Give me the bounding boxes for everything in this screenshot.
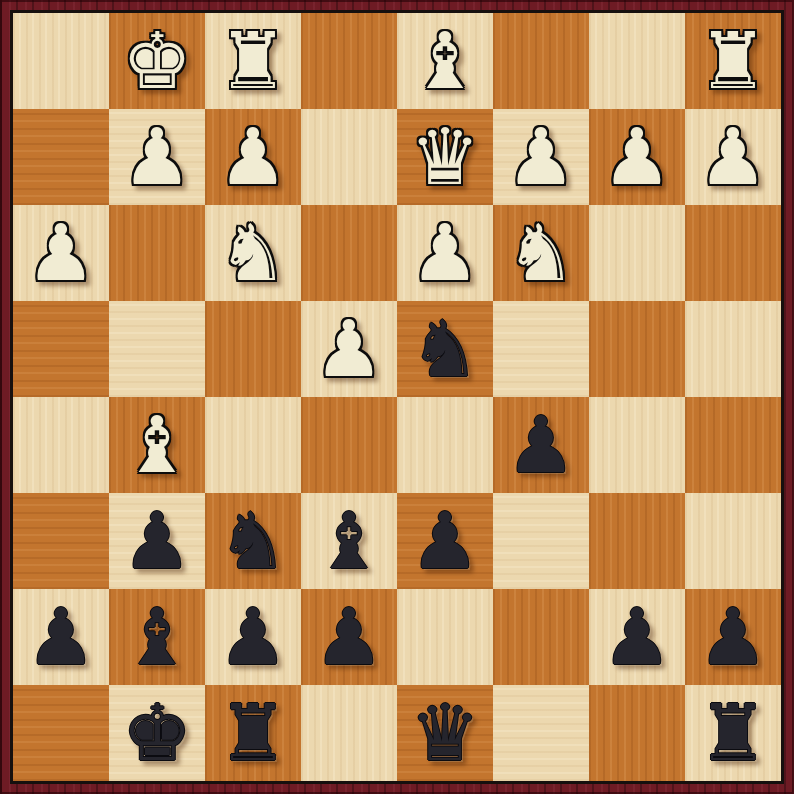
piece-wB-g5[interactable]: ♝ bbox=[122, 397, 192, 493]
piece-wP-a2[interactable]: ♟ bbox=[698, 109, 768, 205]
square-d1[interactable]: ♝ bbox=[397, 13, 493, 109]
square-a6[interactable] bbox=[685, 493, 781, 589]
square-b7[interactable]: ♟ bbox=[589, 589, 685, 685]
piece-wK-g1[interactable]: ♚ bbox=[122, 13, 192, 109]
piece-bP-b7[interactable]: ♟ bbox=[602, 589, 672, 685]
square-h2[interactable] bbox=[13, 109, 109, 205]
square-e6[interactable]: ♝ bbox=[301, 493, 397, 589]
piece-bP-g6[interactable]: ♟ bbox=[122, 493, 192, 589]
piece-bK-g8[interactable]: ♚ bbox=[122, 685, 192, 781]
square-h7[interactable]: ♟ bbox=[13, 589, 109, 685]
piece-wN-c3[interactable]: ♞ bbox=[506, 205, 576, 301]
square-g2[interactable]: ♟ bbox=[109, 109, 205, 205]
piece-wR-a1[interactable]: ♜ bbox=[698, 13, 768, 109]
square-h3[interactable]: ♟ bbox=[13, 205, 109, 301]
square-b2[interactable]: ♟ bbox=[589, 109, 685, 205]
piece-wB-d1[interactable]: ♝ bbox=[410, 13, 480, 109]
piece-bP-a7[interactable]: ♟ bbox=[698, 589, 768, 685]
piece-wN-f3[interactable]: ♞ bbox=[218, 205, 288, 301]
square-c3[interactable]: ♞ bbox=[493, 205, 589, 301]
square-g1[interactable]: ♚ bbox=[109, 13, 205, 109]
square-b3[interactable] bbox=[589, 205, 685, 301]
chess-board: ♚♜♝♜♟♟♛♟♟♟♟♞♟♞♟♞♝♟♟♞♝♟♟♝♟♟♟♟♚♜♛♜ bbox=[13, 13, 781, 781]
square-f4[interactable] bbox=[205, 301, 301, 397]
square-a2[interactable]: ♟ bbox=[685, 109, 781, 205]
square-d4[interactable]: ♞ bbox=[397, 301, 493, 397]
square-b4[interactable] bbox=[589, 301, 685, 397]
square-e7[interactable]: ♟ bbox=[301, 589, 397, 685]
piece-bP-h7[interactable]: ♟ bbox=[26, 589, 96, 685]
square-g7[interactable]: ♝ bbox=[109, 589, 205, 685]
square-b6[interactable] bbox=[589, 493, 685, 589]
piece-wP-g2[interactable]: ♟ bbox=[122, 109, 192, 205]
square-a3[interactable] bbox=[685, 205, 781, 301]
piece-bN-d4[interactable]: ♞ bbox=[410, 301, 480, 397]
piece-wR-f1[interactable]: ♜ bbox=[218, 13, 288, 109]
square-f7[interactable]: ♟ bbox=[205, 589, 301, 685]
square-f1[interactable]: ♜ bbox=[205, 13, 301, 109]
square-g5[interactable]: ♝ bbox=[109, 397, 205, 493]
square-d2[interactable]: ♛ bbox=[397, 109, 493, 205]
square-g8[interactable]: ♚ bbox=[109, 685, 205, 781]
piece-bP-d6[interactable]: ♟ bbox=[410, 493, 480, 589]
square-a1[interactable]: ♜ bbox=[685, 13, 781, 109]
square-b1[interactable] bbox=[589, 13, 685, 109]
piece-bR-a8[interactable]: ♜ bbox=[698, 685, 768, 781]
square-c5[interactable]: ♟ bbox=[493, 397, 589, 493]
piece-bP-e7[interactable]: ♟ bbox=[314, 589, 384, 685]
square-h4[interactable] bbox=[13, 301, 109, 397]
square-e3[interactable] bbox=[301, 205, 397, 301]
board-frame: ♚♜♝♜♟♟♛♟♟♟♟♞♟♞♟♞♝♟♟♞♝♟♟♝♟♟♟♟♚♜♛♜ bbox=[0, 0, 794, 794]
square-e2[interactable] bbox=[301, 109, 397, 205]
square-b5[interactable] bbox=[589, 397, 685, 493]
square-c2[interactable]: ♟ bbox=[493, 109, 589, 205]
square-f8[interactable]: ♜ bbox=[205, 685, 301, 781]
square-d8[interactable]: ♛ bbox=[397, 685, 493, 781]
square-f6[interactable]: ♞ bbox=[205, 493, 301, 589]
square-h5[interactable] bbox=[13, 397, 109, 493]
square-e8[interactable] bbox=[301, 685, 397, 781]
piece-wP-h3[interactable]: ♟ bbox=[26, 205, 96, 301]
square-a7[interactable]: ♟ bbox=[685, 589, 781, 685]
square-c6[interactable] bbox=[493, 493, 589, 589]
piece-wP-e4[interactable]: ♟ bbox=[314, 301, 384, 397]
square-g4[interactable] bbox=[109, 301, 205, 397]
square-h1[interactable] bbox=[13, 13, 109, 109]
square-a4[interactable] bbox=[685, 301, 781, 397]
square-e4[interactable]: ♟ bbox=[301, 301, 397, 397]
square-c7[interactable] bbox=[493, 589, 589, 685]
square-f2[interactable]: ♟ bbox=[205, 109, 301, 205]
square-f3[interactable]: ♞ bbox=[205, 205, 301, 301]
piece-wP-c2[interactable]: ♟ bbox=[506, 109, 576, 205]
piece-bP-f7[interactable]: ♟ bbox=[218, 589, 288, 685]
square-b8[interactable] bbox=[589, 685, 685, 781]
square-d3[interactable]: ♟ bbox=[397, 205, 493, 301]
square-h6[interactable] bbox=[13, 493, 109, 589]
piece-wP-b2[interactable]: ♟ bbox=[602, 109, 672, 205]
square-e5[interactable] bbox=[301, 397, 397, 493]
piece-bQ-d8[interactable]: ♛ bbox=[410, 685, 480, 781]
piece-bB-e6[interactable]: ♝ bbox=[314, 493, 384, 589]
square-c1[interactable] bbox=[493, 13, 589, 109]
square-a5[interactable] bbox=[685, 397, 781, 493]
piece-wP-f2[interactable]: ♟ bbox=[218, 109, 288, 205]
piece-bP-c5[interactable]: ♟ bbox=[506, 397, 576, 493]
square-e1[interactable] bbox=[301, 13, 397, 109]
square-d6[interactable]: ♟ bbox=[397, 493, 493, 589]
square-g3[interactable] bbox=[109, 205, 205, 301]
piece-wP-d3[interactable]: ♟ bbox=[410, 205, 480, 301]
square-f5[interactable] bbox=[205, 397, 301, 493]
piece-wQ-d2[interactable]: ♛ bbox=[410, 109, 480, 205]
square-c4[interactable] bbox=[493, 301, 589, 397]
piece-bR-f8[interactable]: ♜ bbox=[218, 685, 288, 781]
board-inner-border: ♚♜♝♜♟♟♛♟♟♟♟♞♟♞♟♞♝♟♟♞♝♟♟♝♟♟♟♟♚♜♛♜ bbox=[10, 10, 784, 784]
square-a8[interactable]: ♜ bbox=[685, 685, 781, 781]
square-g6[interactable]: ♟ bbox=[109, 493, 205, 589]
square-d5[interactable] bbox=[397, 397, 493, 493]
piece-bB-g7[interactable]: ♝ bbox=[122, 589, 192, 685]
square-c8[interactable] bbox=[493, 685, 589, 781]
piece-bN-f6[interactable]: ♞ bbox=[218, 493, 288, 589]
square-d7[interactable] bbox=[397, 589, 493, 685]
square-h8[interactable] bbox=[13, 685, 109, 781]
